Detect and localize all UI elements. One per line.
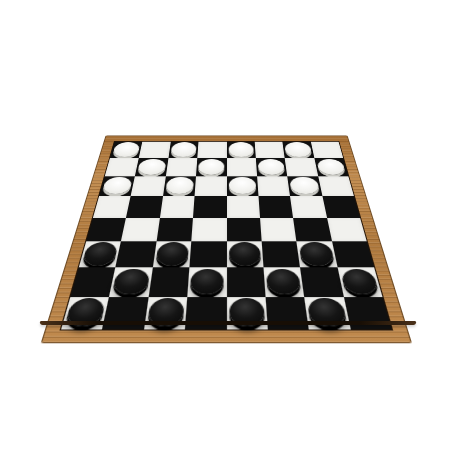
square-r5c2[interactable]	[121, 218, 159, 242]
checker-black[interactable]	[229, 242, 261, 265]
square-r2c7[interactable]	[285, 158, 318, 176]
square-r7c4[interactable]	[187, 268, 226, 297]
square-r6c3[interactable]	[153, 241, 192, 267]
square-r6c1[interactable]	[79, 241, 122, 267]
square-r1c1[interactable]	[110, 142, 143, 159]
wooden-board-frame	[41, 136, 412, 344]
square-r5c1[interactable]	[86, 218, 126, 242]
square-r2c8[interactable]	[314, 158, 348, 176]
square-r1c2[interactable]	[139, 142, 171, 159]
square-r6c4[interactable]	[190, 241, 227, 267]
checker-white[interactable]	[228, 177, 256, 194]
checkerboard	[60, 141, 394, 330]
board-scene	[0, 0, 450, 450]
square-r1c7[interactable]	[283, 142, 315, 159]
checker-black[interactable]	[299, 242, 335, 265]
checker-white[interactable]	[170, 142, 197, 157]
square-r3c6[interactable]	[257, 176, 290, 196]
square-r3c2[interactable]	[131, 176, 166, 196]
square-r1c5[interactable]	[227, 142, 256, 159]
checker-white[interactable]	[198, 159, 225, 175]
square-r6c6[interactable]	[262, 241, 301, 267]
checker-white[interactable]	[102, 177, 134, 194]
square-r6c2[interactable]	[116, 241, 157, 267]
square-r3c5[interactable]	[227, 176, 259, 196]
square-r1c6[interactable]	[255, 142, 285, 159]
square-r3c4[interactable]	[195, 176, 227, 196]
square-r1c4[interactable]	[197, 142, 226, 159]
checker-white[interactable]	[316, 159, 346, 175]
checker-white[interactable]	[289, 177, 319, 194]
square-r6c7[interactable]	[297, 241, 338, 267]
square-r1c8[interactable]	[311, 142, 344, 159]
square-r4c2[interactable]	[126, 196, 162, 218]
square-r2c6[interactable]	[256, 158, 288, 176]
square-r5c7[interactable]	[293, 218, 331, 242]
square-r2c5[interactable]	[227, 158, 257, 176]
square-r7c2[interactable]	[109, 268, 152, 297]
square-r7c3[interactable]	[148, 268, 189, 297]
square-r2c2[interactable]	[135, 158, 168, 176]
checker-white[interactable]	[137, 159, 166, 175]
square-r7c8[interactable]	[337, 268, 382, 297]
square-r4c3[interactable]	[160, 196, 195, 218]
square-r6c8[interactable]	[332, 241, 374, 267]
square-r5c6[interactable]	[260, 218, 297, 242]
square-r7c5[interactable]	[226, 268, 265, 297]
checker-white[interactable]	[228, 142, 254, 157]
checker-black[interactable]	[112, 269, 150, 295]
square-r6c5[interactable]	[226, 241, 263, 267]
checker-white[interactable]	[284, 142, 312, 157]
square-r5c3[interactable]	[156, 218, 193, 242]
square-r4c7[interactable]	[290, 196, 326, 218]
checker-white[interactable]	[165, 177, 194, 194]
checker-black[interactable]	[155, 242, 189, 265]
checker-black[interactable]	[340, 269, 380, 295]
checker-black[interactable]	[82, 242, 119, 265]
square-r5c5[interactable]	[226, 218, 261, 242]
square-r3c7[interactable]	[287, 176, 322, 196]
square-r4c6[interactable]	[258, 196, 293, 218]
square-r4c4[interactable]	[193, 196, 226, 218]
square-r4c8[interactable]	[322, 196, 360, 218]
square-r3c3[interactable]	[163, 176, 196, 196]
square-r3c1[interactable]	[99, 176, 135, 196]
checker-white[interactable]	[258, 159, 286, 175]
square-r4c5[interactable]	[227, 196, 260, 218]
square-r3c8[interactable]	[318, 176, 354, 196]
checker-white[interactable]	[112, 142, 141, 157]
square-r2c3[interactable]	[166, 158, 198, 176]
product-photo-background	[0, 0, 450, 450]
square-r5c8[interactable]	[327, 218, 367, 242]
checker-black[interactable]	[266, 269, 302, 295]
square-r7c1[interactable]	[70, 268, 115, 297]
square-r2c4[interactable]	[196, 158, 226, 176]
square-r7c6[interactable]	[263, 268, 304, 297]
square-r7c7[interactable]	[300, 268, 343, 297]
square-r4c1[interactable]	[93, 196, 131, 218]
checker-black[interactable]	[190, 269, 224, 295]
square-r5c4[interactable]	[191, 218, 226, 242]
board-edge-thickness	[40, 321, 416, 325]
square-r2c1[interactable]	[105, 158, 139, 176]
square-r1c3[interactable]	[168, 142, 198, 159]
